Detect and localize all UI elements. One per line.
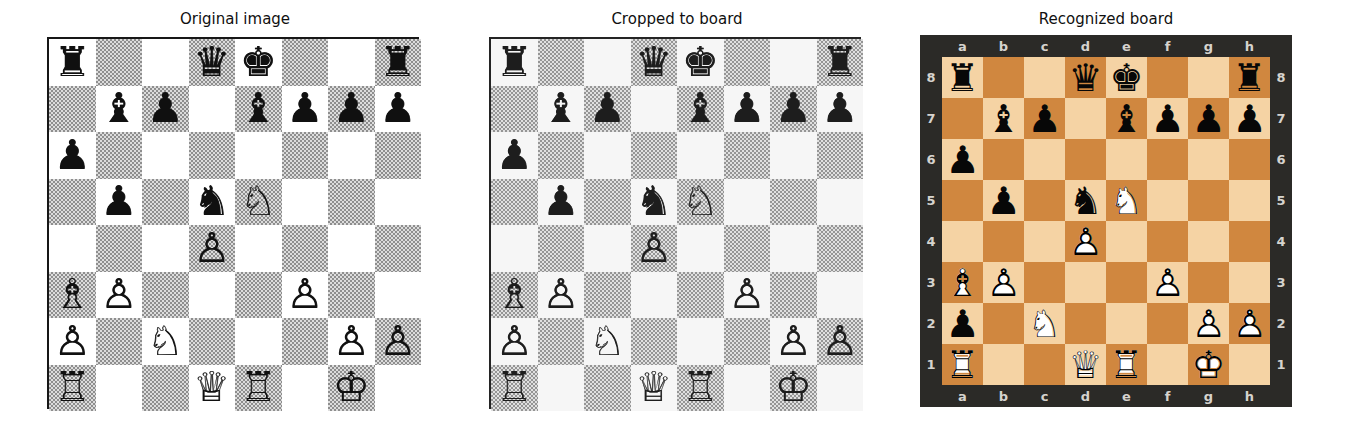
square-b1: [538, 365, 585, 412]
white-rook-icon: ♖: [682, 367, 719, 408]
square-d7: [631, 86, 678, 133]
black-pawn-icon: ♟: [942, 303, 983, 344]
black-pawn-icon: ♟: [333, 88, 370, 129]
rank-label-2: 2: [1270, 303, 1292, 344]
square-e6: [1106, 139, 1147, 180]
white-pawn-icon: ♙: [333, 321, 370, 362]
black-bishop-icon: ♝: [542, 88, 579, 129]
board-frame-corner: [1270, 385, 1292, 407]
square-f7: ♟: [1147, 98, 1188, 139]
white-rook-icon: ♜♖: [1106, 344, 1147, 385]
white-rook-icon: ♜♖: [942, 344, 983, 385]
black-pawn-icon: ♟: [1188, 98, 1229, 139]
square-a1: ♖: [49, 365, 96, 412]
black-pawn-icon: ♟: [286, 88, 323, 129]
square-a1: ♜♖: [942, 344, 983, 385]
rank-label-6: 6: [920, 139, 942, 180]
square-a4: [49, 225, 96, 272]
square-c5: [584, 179, 631, 226]
rank-label-7: 7: [1270, 98, 1292, 139]
square-g2: ♙: [770, 318, 817, 365]
file-label-e: e: [1106, 35, 1147, 57]
file-label-a: a: [942, 35, 983, 57]
square-e8: ♚: [235, 39, 282, 86]
rank-label-5: 5: [920, 180, 942, 221]
figure: Original image ♜♛♚♜♝♟♝♟♟♟♟♟♞♘♙♗♙♙♙♘♙♙♖♕♖…: [0, 0, 1350, 440]
square-h6: [1229, 139, 1270, 180]
black-pawn-icon: ♟: [54, 135, 91, 176]
square-a5: [49, 179, 96, 226]
square-d7: [1065, 98, 1106, 139]
square-g5: [770, 179, 817, 226]
file-label-c: c: [1024, 35, 1065, 57]
square-g7: ♟: [770, 86, 817, 133]
square-e8: ♚: [677, 39, 724, 86]
square-b2: [96, 318, 143, 365]
black-knight-icon: ♞: [193, 181, 230, 222]
square-a2: ♙: [49, 318, 96, 365]
square-h6: [817, 132, 864, 179]
square-d6: [1065, 139, 1106, 180]
square-f8: [1147, 57, 1188, 98]
square-e1: ♖: [235, 365, 282, 412]
square-d8: ♛: [189, 39, 236, 86]
file-label-g: g: [1188, 35, 1229, 57]
square-g2: ♙: [328, 318, 375, 365]
square-d1: ♛♕: [1065, 344, 1106, 385]
white-bishop-icon: ♗: [496, 274, 533, 315]
original-board: ♜♛♚♜♝♟♝♟♟♟♟♟♞♘♙♗♙♙♙♘♙♙♖♕♖♔: [47, 37, 419, 409]
black-bishop-icon: ♝: [983, 98, 1024, 139]
square-h5: [817, 179, 864, 226]
square-c6: [1024, 139, 1065, 180]
black-rook-icon: ♜: [54, 42, 91, 83]
square-f3: ♙: [282, 272, 329, 319]
recognized-board: abcdefgh8♜♛♚♜87♝♟♝♟♟♟76♟65♟♞♞♘54♟♙43♝♗♟♙…: [920, 35, 1292, 407]
square-b3: ♙: [96, 272, 143, 319]
square-b7: ♝: [96, 86, 143, 133]
square-a8: ♜: [942, 57, 983, 98]
square-g6: [1188, 139, 1229, 180]
square-e6: [677, 132, 724, 179]
square-h8: ♜: [375, 39, 422, 86]
square-a8: ♜: [49, 39, 96, 86]
square-f2: [282, 318, 329, 365]
square-b2: [983, 303, 1024, 344]
square-c5: [1024, 180, 1065, 221]
black-pawn-icon: ♟: [147, 88, 184, 129]
square-d2: [189, 318, 236, 365]
square-d3: [1065, 262, 1106, 303]
square-a3: ♗: [49, 272, 96, 319]
white-king-icon: ♚♔: [1188, 344, 1229, 385]
square-c7: ♟: [142, 86, 189, 133]
white-queen-icon: ♕: [635, 367, 672, 408]
square-c7: ♟: [1024, 98, 1065, 139]
black-rook-icon: ♜: [496, 42, 533, 83]
white-pawn-icon: ♟♙: [983, 262, 1024, 303]
square-b7: ♝: [538, 86, 585, 133]
square-c3: [1024, 262, 1065, 303]
square-f7: ♟: [724, 86, 771, 133]
square-c5: [142, 179, 189, 226]
square-d1: ♕: [189, 365, 236, 412]
white-knight-icon: ♘: [147, 321, 184, 362]
white-pawn-icon: ♙: [635, 228, 672, 269]
rank-label-4: 4: [1270, 221, 1292, 262]
square-a4: [942, 221, 983, 262]
square-h8: ♜: [817, 39, 864, 86]
black-pawn-icon: ♟: [821, 88, 858, 129]
black-pawn-icon: ♟: [983, 180, 1024, 221]
square-h2: ♙: [375, 318, 422, 365]
square-e2: [677, 318, 724, 365]
square-e7: ♝: [1106, 98, 1147, 139]
black-queen-icon: ♛: [635, 42, 672, 83]
black-pawn-icon: ♟: [589, 88, 626, 129]
square-e7: ♝: [677, 86, 724, 133]
square-c8: [142, 39, 189, 86]
white-king-icon: ♔: [775, 367, 812, 408]
square-a8: ♜: [491, 39, 538, 86]
square-b6: [983, 139, 1024, 180]
square-a5: [491, 179, 538, 226]
square-f4: [282, 225, 329, 272]
panel-cropped-title: Cropped to board: [489, 10, 865, 28]
square-f1: [282, 365, 329, 412]
black-rook-icon: ♜: [821, 42, 858, 83]
file-label-d: d: [1065, 35, 1106, 57]
square-d3: [189, 272, 236, 319]
square-d3: [631, 272, 678, 319]
square-f4: [1147, 221, 1188, 262]
black-pawn-icon: ♟: [1024, 98, 1065, 139]
panel-cropped: Cropped to board ♜♛♚♜♝♟♝♟♟♟♟♟♞♘♙♗♙♙♙♘♙♙♖…: [489, 10, 865, 409]
board-frame-corner: [920, 35, 942, 57]
black-knight-icon: ♞: [635, 181, 672, 222]
file-label-f: f: [1147, 385, 1188, 407]
square-a3: ♝♗: [942, 262, 983, 303]
square-d5: ♞: [1065, 180, 1106, 221]
square-a6: ♟: [49, 132, 96, 179]
square-a6: ♟: [491, 132, 538, 179]
black-rook-icon: ♜: [942, 57, 983, 98]
white-bishop-icon: ♝♗: [942, 262, 983, 303]
white-queen-icon: ♛♕: [1065, 344, 1106, 385]
white-pawn-icon: ♙: [379, 321, 416, 362]
square-d4: ♙: [189, 225, 236, 272]
square-f5: [1147, 180, 1188, 221]
square-h1: [1229, 344, 1270, 385]
square-c2: ♘: [142, 318, 189, 365]
square-g3: [1188, 262, 1229, 303]
square-f8: [282, 39, 329, 86]
square-c2: ♞♘: [1024, 303, 1065, 344]
square-h1: [375, 365, 422, 412]
square-g8: [770, 39, 817, 86]
square-d5: ♞: [189, 179, 236, 226]
square-g6: [328, 132, 375, 179]
square-a7: [49, 86, 96, 133]
square-b1: [96, 365, 143, 412]
black-bishop-icon: ♝: [240, 88, 277, 129]
white-pawn-icon: ♙: [496, 321, 533, 362]
rank-label-8: 8: [1270, 57, 1292, 98]
square-d8: ♛: [1065, 57, 1106, 98]
white-pawn-icon: ♟♙: [1188, 303, 1229, 344]
square-e5: ♘: [235, 179, 282, 226]
square-c8: [1024, 57, 1065, 98]
black-king-icon: ♚: [240, 42, 277, 83]
white-pawn-icon: ♙: [286, 274, 323, 315]
square-a1: ♖: [491, 365, 538, 412]
square-c3: [142, 272, 189, 319]
square-f6: [282, 132, 329, 179]
square-b1: [983, 344, 1024, 385]
black-pawn-icon: ♟: [775, 88, 812, 129]
square-e3: [1106, 262, 1147, 303]
black-pawn-icon: ♟: [542, 181, 579, 222]
square-h3: [1229, 262, 1270, 303]
square-b2: [538, 318, 585, 365]
square-c8: [584, 39, 631, 86]
black-pawn-icon: ♟: [1147, 98, 1188, 139]
square-a4: [491, 225, 538, 272]
square-c3: [584, 272, 631, 319]
square-e1: ♜♖: [1106, 344, 1147, 385]
white-pawn-icon: ♙: [54, 321, 91, 362]
board-frame-corner: [1270, 35, 1292, 57]
square-e4: [1106, 221, 1147, 262]
square-h3: [817, 272, 864, 319]
square-g5: [1188, 180, 1229, 221]
square-g3: [328, 272, 375, 319]
square-b8: [96, 39, 143, 86]
black-bishop-icon: ♝: [100, 88, 137, 129]
square-a2: ♟: [942, 303, 983, 344]
square-g4: [1188, 221, 1229, 262]
white-pawn-icon: ♟♙: [1147, 262, 1188, 303]
black-rook-icon: ♜: [1229, 57, 1270, 98]
square-d7: [189, 86, 236, 133]
square-e6: [235, 132, 282, 179]
rank-label-6: 6: [1270, 139, 1292, 180]
square-b3: ♙: [538, 272, 585, 319]
square-b4: [96, 225, 143, 272]
square-f1: [724, 365, 771, 412]
square-h4: [375, 225, 422, 272]
square-d2: [631, 318, 678, 365]
square-c7: ♟: [584, 86, 631, 133]
rank-label-8: 8: [920, 57, 942, 98]
square-g8: [1188, 57, 1229, 98]
white-queen-icon: ♕: [193, 367, 230, 408]
black-bishop-icon: ♝: [1106, 98, 1147, 139]
square-g3: [770, 272, 817, 319]
square-d5: ♞: [631, 179, 678, 226]
square-c6: [142, 132, 189, 179]
file-label-b: b: [983, 385, 1024, 407]
square-e5: ♞♘: [1106, 180, 1147, 221]
file-label-h: h: [1229, 385, 1270, 407]
square-e3: [677, 272, 724, 319]
square-f2: [1147, 303, 1188, 344]
square-c1: [142, 365, 189, 412]
rank-label-7: 7: [920, 98, 942, 139]
square-b8: [983, 57, 1024, 98]
square-b5: ♟: [983, 180, 1024, 221]
square-b5: ♟: [96, 179, 143, 226]
black-rook-icon: ♜: [379, 42, 416, 83]
panel-original-title: Original image: [47, 10, 423, 28]
white-knight-icon: ♞♘: [1106, 180, 1147, 221]
square-c4: [584, 225, 631, 272]
black-king-icon: ♚: [1106, 57, 1147, 98]
square-a7: [491, 86, 538, 133]
white-rook-icon: ♖: [240, 367, 277, 408]
square-f6: [1147, 139, 1188, 180]
square-f2: [724, 318, 771, 365]
square-e7: ♝: [235, 86, 282, 133]
square-h3: [375, 272, 422, 319]
white-knight-icon: ♘: [589, 321, 626, 362]
square-d6: [189, 132, 236, 179]
square-d4: ♙: [631, 225, 678, 272]
white-pawn-icon: ♙: [775, 321, 812, 362]
square-g7: ♟: [1188, 98, 1229, 139]
square-e2: [1106, 303, 1147, 344]
square-h1: [817, 365, 864, 412]
square-g8: [328, 39, 375, 86]
file-label-f: f: [1147, 35, 1188, 57]
square-a5: [942, 180, 983, 221]
square-b4: [538, 225, 585, 272]
black-queen-icon: ♛: [1065, 57, 1106, 98]
white-pawn-icon: ♙: [821, 321, 858, 362]
file-label-a: a: [942, 385, 983, 407]
rank-label-1: 1: [1270, 344, 1292, 385]
rank-label-4: 4: [920, 221, 942, 262]
square-h5: [1229, 180, 1270, 221]
rank-label-1: 1: [920, 344, 942, 385]
black-pawn-icon: ♟: [728, 88, 765, 129]
file-label-c: c: [1024, 385, 1065, 407]
square-c6: [584, 132, 631, 179]
square-h4: [817, 225, 864, 272]
black-pawn-icon: ♟: [100, 181, 137, 222]
black-bishop-icon: ♝: [682, 88, 719, 129]
white-pawn-icon: ♙: [193, 228, 230, 269]
square-g6: [770, 132, 817, 179]
square-g4: [770, 225, 817, 272]
square-c1: [1024, 344, 1065, 385]
square-f3: ♟♙: [1147, 262, 1188, 303]
square-c4: [1024, 221, 1065, 262]
black-king-icon: ♚: [682, 42, 719, 83]
black-pawn-icon: ♟: [379, 88, 416, 129]
board-frame-corner: [920, 385, 942, 407]
square-d2: [1065, 303, 1106, 344]
white-king-icon: ♔: [333, 367, 370, 408]
black-pawn-icon: ♟: [942, 139, 983, 180]
square-c2: ♘: [584, 318, 631, 365]
white-pawn-icon: ♙: [542, 274, 579, 315]
square-c4: [142, 225, 189, 272]
square-h8: ♜: [1229, 57, 1270, 98]
square-f5: [724, 179, 771, 226]
file-label-g: g: [1188, 385, 1229, 407]
square-h4: [1229, 221, 1270, 262]
white-pawn-icon: ♙: [100, 274, 137, 315]
white-bishop-icon: ♗: [54, 274, 91, 315]
square-a6: ♟: [942, 139, 983, 180]
square-b3: ♟♙: [983, 262, 1024, 303]
square-d1: ♕: [631, 365, 678, 412]
file-label-d: d: [1065, 385, 1106, 407]
square-g7: ♟: [328, 86, 375, 133]
white-pawn-icon: ♙: [728, 274, 765, 315]
black-knight-icon: ♞: [1065, 180, 1106, 221]
white-knight-icon: ♞♘: [1024, 303, 1065, 344]
square-e2: [235, 318, 282, 365]
square-h7: ♟: [817, 86, 864, 133]
square-g1: ♚♔: [1188, 344, 1229, 385]
square-b6: [96, 132, 143, 179]
square-e5: ♘: [677, 179, 724, 226]
black-pawn-icon: ♟: [1229, 98, 1270, 139]
square-h7: ♟: [375, 86, 422, 133]
square-b8: [538, 39, 585, 86]
square-a3: ♗: [491, 272, 538, 319]
square-a7: [942, 98, 983, 139]
white-rook-icon: ♖: [496, 367, 533, 408]
square-f3: ♙: [724, 272, 771, 319]
square-h6: [375, 132, 422, 179]
cropped-board: ♜♛♚♜♝♟♝♟♟♟♟♟♞♘♙♗♙♙♙♘♙♙♖♕♖♔: [489, 37, 861, 409]
square-h5: [375, 179, 422, 226]
square-g1: ♔: [328, 365, 375, 412]
file-label-b: b: [983, 35, 1024, 57]
square-g5: [328, 179, 375, 226]
rank-label-3: 3: [920, 262, 942, 303]
square-b5: ♟: [538, 179, 585, 226]
square-h2: ♟♙: [1229, 303, 1270, 344]
square-d8: ♛: [631, 39, 678, 86]
square-e3: [235, 272, 282, 319]
file-label-e: e: [1106, 385, 1147, 407]
square-c1: [584, 365, 631, 412]
square-e4: [235, 225, 282, 272]
white-knight-icon: ♘: [682, 181, 719, 222]
square-h2: ♙: [817, 318, 864, 365]
square-f7: ♟: [282, 86, 329, 133]
square-f8: [724, 39, 771, 86]
square-h7: ♟: [1229, 98, 1270, 139]
file-label-h: h: [1229, 35, 1270, 57]
panel-recognized: Recognized board abcdefgh8♜♛♚♜87♝♟♝♟♟♟76…: [920, 10, 1292, 407]
rank-label-3: 3: [1270, 262, 1292, 303]
square-g1: ♔: [770, 365, 817, 412]
square-g2: ♟♙: [1188, 303, 1229, 344]
panel-original: Original image ♜♛♚♜♝♟♝♟♟♟♟♟♞♘♙♗♙♙♙♘♙♙♖♕♖…: [47, 10, 423, 409]
white-knight-icon: ♘: [240, 181, 277, 222]
square-f5: [282, 179, 329, 226]
white-pawn-icon: ♟♙: [1229, 303, 1270, 344]
black-pawn-icon: ♟: [496, 135, 533, 176]
square-e4: [677, 225, 724, 272]
rank-label-5: 5: [1270, 180, 1292, 221]
rank-label-2: 2: [920, 303, 942, 344]
